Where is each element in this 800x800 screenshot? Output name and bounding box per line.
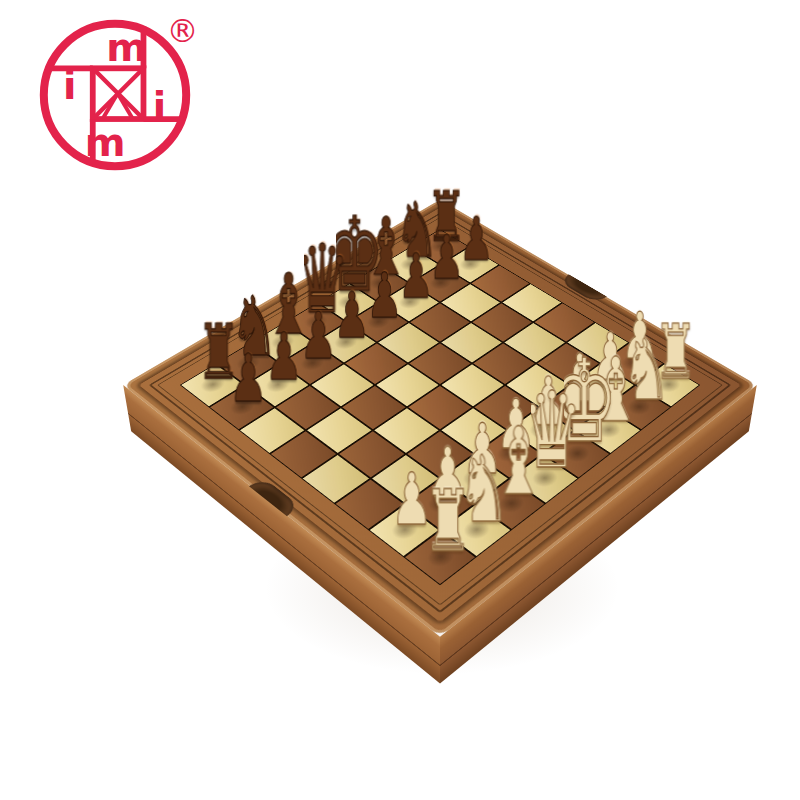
piece-black-pawn-a7[interactable]: ♟: [229, 253, 268, 412]
piece-white-rook-a1[interactable]: ♜: [426, 387, 470, 563]
scene: ♜♞♝♛♚♝♞♜♟♟♟♟♟♟♟♟♟♟♟♟♟♟♟♟♜♞♝♛♚♝♞♜: [0, 0, 800, 800]
product-photo: m i i m ® ♜♞♝♛♚♝♞♜♟♟♟♟♟♟♟♟♟♟♟♟♟♟♟♟♜♞♝♛♚♝…: [0, 0, 800, 800]
piece-black-pawn-b7[interactable]: ♟: [265, 233, 304, 390]
chess-box: ♜♞♝♛♚♝♞♜♟♟♟♟♟♟♟♟♟♟♟♟♟♟♟♟♜♞♝♛♚♝♞♜: [123, 200, 757, 637]
